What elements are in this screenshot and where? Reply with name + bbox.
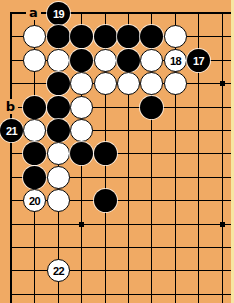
black-stone <box>94 142 117 165</box>
white-stone <box>70 72 93 95</box>
grid-line-horizontal <box>10 224 231 225</box>
black-stone <box>23 96 46 119</box>
white-stone <box>94 49 117 72</box>
white-stone <box>70 119 93 142</box>
point-label-b: b <box>3 99 18 114</box>
black-stone <box>140 96 163 119</box>
black-stone <box>117 49 140 72</box>
white-stone-20: 20 <box>23 189 46 212</box>
black-stone <box>47 119 70 142</box>
white-stone <box>164 72 187 95</box>
black-stone <box>70 49 93 72</box>
white-stone <box>47 49 70 72</box>
white-stone <box>70 96 93 119</box>
black-stone <box>94 189 117 212</box>
black-stone <box>47 25 70 48</box>
star-point <box>220 222 225 227</box>
white-stone <box>23 49 46 72</box>
star-point <box>79 222 84 227</box>
board-edge-line-left <box>10 12 12 303</box>
white-stone-22: 22 <box>47 259 70 282</box>
white-stone <box>140 49 163 72</box>
black-stone <box>23 166 46 189</box>
white-stone <box>47 142 70 165</box>
black-stone-17: 17 <box>187 49 210 72</box>
black-stone <box>94 25 117 48</box>
star-point <box>220 81 225 86</box>
white-stone <box>23 119 46 142</box>
grid-line-horizontal <box>10 294 231 295</box>
black-stone-21: 21 <box>0 119 23 142</box>
black-stone <box>140 25 163 48</box>
black-stone <box>117 25 140 48</box>
white-stone <box>164 25 187 48</box>
go-board-diagram: ab191817212022 <box>0 0 234 303</box>
black-stone-19: 19 <box>47 2 70 25</box>
board-cut-edge-strip <box>231 0 234 303</box>
grid-line-horizontal <box>10 270 231 271</box>
board-edge-line-top <box>10 12 231 14</box>
white-stone-18: 18 <box>164 49 187 72</box>
white-stone <box>23 25 46 48</box>
grid-line-horizontal <box>10 247 231 248</box>
point-label-a: a <box>26 5 41 20</box>
black-stone <box>47 96 70 119</box>
black-stone <box>70 25 93 48</box>
black-stone <box>47 72 70 95</box>
white-stone <box>140 72 163 95</box>
black-stone <box>70 142 93 165</box>
white-stone <box>94 72 117 95</box>
black-stone <box>23 142 46 165</box>
white-stone <box>47 189 70 212</box>
white-stone <box>117 72 140 95</box>
white-stone <box>47 166 70 189</box>
grid-line-vertical <box>222 12 223 303</box>
